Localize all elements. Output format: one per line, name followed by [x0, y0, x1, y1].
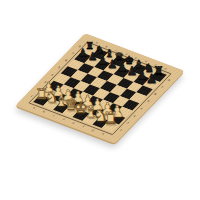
piece-black-pawn: ♟: [88, 50, 98, 63]
chess-set-photo: abcdefgh abcdefgh 87654321 87654321 ♜♞♝♛…: [0, 0, 200, 200]
piece-white-rook: ♜: [103, 109, 118, 129]
piece-black-pawn: ♟: [146, 70, 158, 85]
pieces-layer: ♜♞♝♛♚♝♞♜♟♟♟♟♟♟♟♟♟♟♟♟♟♟♟♟♜♞♝♛♚♝♞♜: [0, 0, 200, 200]
piece-black-pawn: ♟: [78, 47, 87, 59]
piece-black-pawn: ♟: [97, 53, 107, 66]
